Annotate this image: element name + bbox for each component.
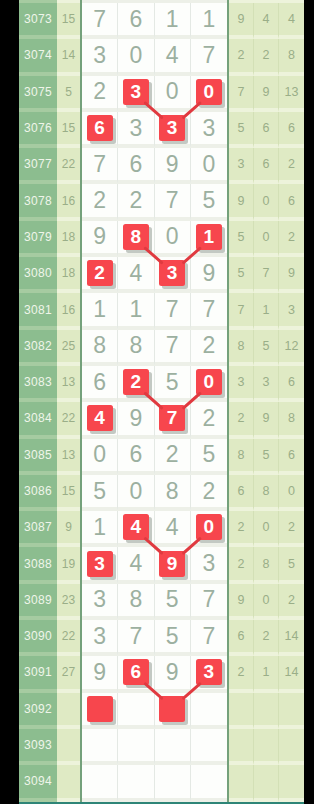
digit-cell: 9 <box>155 148 191 184</box>
stat-cell: 3 <box>254 366 279 402</box>
table-row: 3089233857902 <box>19 584 304 620</box>
stat-cell: 2 <box>229 511 254 547</box>
stat-cell <box>229 765 254 801</box>
digit-cell[interactable] <box>118 693 154 729</box>
digit-cell: 8 <box>155 475 191 511</box>
table-row: 3086155082680 <box>19 475 304 511</box>
stat-cell: 8 <box>229 439 254 475</box>
stat-cell: 9 <box>279 257 304 293</box>
digit-cell: 1 <box>118 293 154 329</box>
stat-cell <box>279 729 304 765</box>
digit-cell: 7 <box>82 148 118 184</box>
stat-cell: 3 <box>229 366 254 402</box>
digit-cell: 5 <box>191 439 227 475</box>
stat-cell <box>254 765 279 801</box>
draw-id-cell: 3094 <box>19 765 57 801</box>
digit-cell[interactable] <box>118 729 154 765</box>
table-row: 3093 <box>19 729 304 765</box>
draw-id-cell: 3083 <box>19 366 57 402</box>
digit-cell: 3 <box>155 257 191 293</box>
stat-cell: 3 <box>279 293 304 329</box>
stat-cell <box>229 693 254 729</box>
table-row: 3080182439579 <box>19 257 304 293</box>
sum-cell: 15 <box>57 475 80 511</box>
table-row: 3085130625856 <box>19 439 304 475</box>
table-row: 3079189801502 <box>19 221 304 257</box>
digit-cell: 2 <box>191 475 227 511</box>
highlight-red-cell: 4 <box>87 405 113 431</box>
stat-cell: 12 <box>279 330 304 366</box>
digit-cell[interactable] <box>82 693 118 729</box>
digit-cell: 9 <box>82 656 118 692</box>
draw-id-cell: 3087 <box>19 511 57 547</box>
stat-cell <box>279 693 304 729</box>
stat-cell: 2 <box>279 221 304 257</box>
digit-cell: 0 <box>155 76 191 112</box>
sum-cell: 22 <box>57 402 80 438</box>
table-row: 308791440202 <box>19 511 304 547</box>
highlight-red-cell: 1 <box>196 224 222 250</box>
digit-cell: 2 <box>155 439 191 475</box>
stat-cell: 7 <box>229 76 254 112</box>
digit-cell: 9 <box>118 402 154 438</box>
sum-cell: 16 <box>57 184 80 220</box>
stat-cell: 9 <box>229 584 254 620</box>
digit-cell: 8 <box>82 330 118 366</box>
digit-cell: 3 <box>82 584 118 620</box>
table-row: 3073157611944 <box>19 3 304 39</box>
stat-cell <box>229 729 254 765</box>
highlight-red-cell: 2 <box>87 260 113 286</box>
digit-cell[interactable] <box>191 693 227 729</box>
stat-cell: 2 <box>254 39 279 75</box>
table-row: 3088193493285 <box>19 547 304 583</box>
stat-cell: 6 <box>254 148 279 184</box>
digit-cell: 5 <box>155 366 191 402</box>
digit-cell: 7 <box>155 402 191 438</box>
digit-cell: 4 <box>118 511 154 547</box>
stat-cell: 5 <box>229 112 254 148</box>
stat-cell: 2 <box>279 148 304 184</box>
table-row: 3081161177713 <box>19 293 304 329</box>
digit-cell: 3 <box>191 112 227 148</box>
highlight-red-cell: 7 <box>159 405 185 431</box>
highlight-red-cell: 6 <box>87 115 113 141</box>
digit-cell: 7 <box>155 293 191 329</box>
draw-id-cell: 3077 <box>19 148 57 184</box>
sum-cell: 22 <box>57 620 80 656</box>
digit-cell: 7 <box>155 330 191 366</box>
stat-cell: 5 <box>229 257 254 293</box>
stat-cell: 6 <box>279 112 304 148</box>
table-rows: 3073157611944307414304722830755230079133… <box>19 3 304 802</box>
digit-cell: 7 <box>82 3 118 39</box>
stat-cell: 7 <box>254 257 279 293</box>
highlight-red-cell: 9 <box>159 551 185 577</box>
digit-cell: 3 <box>82 39 118 75</box>
draw-id-cell: 3079 <box>19 221 57 257</box>
digit-cell: 3 <box>118 76 154 112</box>
digit-cell[interactable] <box>82 765 118 801</box>
digit-cell: 3 <box>155 112 191 148</box>
digit-cell: 2 <box>191 330 227 366</box>
digit-cell: 3 <box>118 112 154 148</box>
highlight-red-cell: 3 <box>87 551 113 577</box>
sum-cell: 5 <box>57 76 80 112</box>
stat-cell: 1 <box>254 293 279 329</box>
sum-cell <box>57 729 80 765</box>
digit-cell: 6 <box>118 656 154 692</box>
stat-cell: 9 <box>254 76 279 112</box>
table-row: 3077227690362 <box>19 148 304 184</box>
stat-cell: 0 <box>254 184 279 220</box>
digit-cell: 1 <box>82 293 118 329</box>
stat-cell: 5 <box>279 547 304 583</box>
highlight-red-cell: 0 <box>196 369 222 395</box>
digit-cell: 0 <box>82 439 118 475</box>
stat-cell: 8 <box>254 547 279 583</box>
stat-cell: 1 <box>254 656 279 692</box>
digit-cell: 8 <box>118 584 154 620</box>
digit-cell[interactable] <box>155 693 191 729</box>
digit-cell: 2 <box>118 366 154 402</box>
draw-id-cell: 3080 <box>19 257 57 293</box>
draw-id-cell: 3093 <box>19 729 57 765</box>
stat-cell: 9 <box>254 402 279 438</box>
table-row: 30912796932114 <box>19 656 304 692</box>
stat-cell: 6 <box>279 366 304 402</box>
digit-cell: 2 <box>82 184 118 220</box>
digit-cell: 1 <box>191 3 227 39</box>
draw-id-cell: 3084 <box>19 402 57 438</box>
digit-cell: 6 <box>118 148 154 184</box>
digit-cell: 3 <box>191 656 227 692</box>
digit-cell: 9 <box>155 547 191 583</box>
digit-cell: 3 <box>191 547 227 583</box>
stat-cell: 6 <box>279 184 304 220</box>
digit-cell[interactable] <box>191 765 227 801</box>
sum-cell: 13 <box>57 366 80 402</box>
highlight-red-cell: 0 <box>196 514 222 540</box>
digit-cell[interactable] <box>191 729 227 765</box>
highlight-red-cell: 3 <box>196 659 222 685</box>
draw-id-cell: 3082 <box>19 330 57 366</box>
stat-cell: 2 <box>229 656 254 692</box>
stat-cell: 2 <box>229 547 254 583</box>
draw-id-cell: 3086 <box>19 475 57 511</box>
digit-cell: 7 <box>191 293 227 329</box>
sum-cell: 19 <box>57 547 80 583</box>
digit-cell: 4 <box>118 257 154 293</box>
digit-cell: 1 <box>155 3 191 39</box>
sum-cell <box>57 693 80 729</box>
stat-cell: 4 <box>254 3 279 39</box>
draw-id-cell: 3081 <box>19 293 57 329</box>
table-row: 3092 <box>19 693 304 729</box>
table-row: 30902237576214 <box>19 620 304 656</box>
stat-cell: 0 <box>254 511 279 547</box>
stat-cell: 5 <box>254 439 279 475</box>
sum-cell: 25 <box>57 330 80 366</box>
draw-id-cell: 3076 <box>19 112 57 148</box>
digit-cell: 0 <box>155 221 191 257</box>
stat-cell: 14 <box>279 620 304 656</box>
digit-cell: 2 <box>82 257 118 293</box>
highlight-red-cell[interactable] <box>87 696 113 722</box>
draw-id-cell: 3088 <box>19 547 57 583</box>
digit-cell: 3 <box>82 620 118 656</box>
digit-cell: 3 <box>82 547 118 583</box>
digit-cell[interactable] <box>82 729 118 765</box>
digit-cell: 1 <box>82 511 118 547</box>
draw-id-cell: 3091 <box>19 656 57 692</box>
sum-cell: 18 <box>57 257 80 293</box>
stat-cell: 2 <box>254 620 279 656</box>
digit-cell: 6 <box>118 3 154 39</box>
sum-cell: 15 <box>57 112 80 148</box>
stat-cell <box>254 693 279 729</box>
table-row: 3075523007913 <box>19 76 304 112</box>
digit-cell: 9 <box>82 221 118 257</box>
draw-id-cell: 3085 <box>19 439 57 475</box>
digit-cell: 0 <box>191 148 227 184</box>
digit-cell: 9 <box>155 656 191 692</box>
highlight-red-cell: 2 <box>123 369 149 395</box>
stat-cell: 8 <box>254 475 279 511</box>
highlight-red-cell: 3 <box>123 79 149 105</box>
trend-table: 3073157611944307414304722830755230079133… <box>19 0 304 804</box>
digit-cell: 8 <box>118 330 154 366</box>
stat-cell: 14 <box>279 656 304 692</box>
stat-cell: 4 <box>279 3 304 39</box>
digit-cell: 5 <box>155 620 191 656</box>
sum-cell: 9 <box>57 511 80 547</box>
stat-cell: 7 <box>229 293 254 329</box>
draw-id-cell: 3078 <box>19 184 57 220</box>
highlight-red-cell: 3 <box>159 260 185 286</box>
table-row: 3084224972298 <box>19 402 304 438</box>
digit-cell: 4 <box>155 39 191 75</box>
stat-cell: 0 <box>254 584 279 620</box>
sum-cell: 23 <box>57 584 80 620</box>
stat-cell: 13 <box>279 76 304 112</box>
digit-cell: 7 <box>191 620 227 656</box>
digit-cell: 5 <box>191 184 227 220</box>
stat-cell: 8 <box>229 330 254 366</box>
stat-cell: 2 <box>229 402 254 438</box>
table-row: 3083136250336 <box>19 366 304 402</box>
stat-cell: 6 <box>279 439 304 475</box>
stat-cell: 6 <box>254 112 279 148</box>
stat-cell <box>254 729 279 765</box>
digit-cell: 1 <box>191 221 227 257</box>
digit-cell: 0 <box>191 366 227 402</box>
sum-cell: 16 <box>57 293 80 329</box>
stat-cell <box>279 765 304 801</box>
stat-cell: 3 <box>229 148 254 184</box>
draw-id-cell: 3073 <box>19 3 57 39</box>
digit-cell: 0 <box>191 76 227 112</box>
sum-cell: 27 <box>57 656 80 692</box>
digit-cell: 2 <box>191 402 227 438</box>
digit-cell: 5 <box>155 584 191 620</box>
digit-cell: 4 <box>155 511 191 547</box>
stat-cell: 8 <box>279 39 304 75</box>
table-row: 3076156333566 <box>19 112 304 148</box>
digit-cell: 4 <box>118 547 154 583</box>
screen: 3073157611944307414304722830755230079133… <box>0 0 314 804</box>
digit-cell: 2 <box>82 76 118 112</box>
draw-id-cell: 3089 <box>19 584 57 620</box>
digit-cell[interactable] <box>155 765 191 801</box>
draw-id-cell: 3092 <box>19 693 57 729</box>
sum-cell <box>57 765 80 801</box>
draw-id-cell: 3074 <box>19 39 57 75</box>
stat-cell: 2 <box>279 511 304 547</box>
stat-cell: 0 <box>279 475 304 511</box>
digit-cell[interactable] <box>155 729 191 765</box>
digit-cell: 0 <box>191 511 227 547</box>
stat-cell: 0 <box>254 221 279 257</box>
stat-cell: 2 <box>279 584 304 620</box>
digit-cell: 2 <box>118 184 154 220</box>
highlight-red-cell: 8 <box>123 224 149 250</box>
table-row: 3078162275906 <box>19 184 304 220</box>
stat-cell: 8 <box>279 402 304 438</box>
table-row: 30822588728512 <box>19 330 304 366</box>
stat-cell: 6 <box>229 620 254 656</box>
digit-cell[interactable] <box>118 765 154 801</box>
digit-cell: 0 <box>118 39 154 75</box>
stat-cell: 6 <box>229 475 254 511</box>
digit-cell: 5 <box>82 475 118 511</box>
digit-cell: 6 <box>82 112 118 148</box>
draw-id-cell: 3090 <box>19 620 57 656</box>
digit-cell: 7 <box>191 39 227 75</box>
digit-cell: 0 <box>118 475 154 511</box>
digit-cell: 6 <box>118 439 154 475</box>
stat-cell: 9 <box>229 3 254 39</box>
digit-cell: 6 <box>82 366 118 402</box>
stat-cell: 5 <box>229 221 254 257</box>
highlight-red-cell: 3 <box>159 115 185 141</box>
digit-cell: 7 <box>191 584 227 620</box>
stat-cell: 9 <box>229 184 254 220</box>
digit-cell: 9 <box>191 257 227 293</box>
highlight-red-cell[interactable] <box>159 696 185 722</box>
sum-cell: 15 <box>57 3 80 39</box>
highlight-red-cell: 0 <box>196 79 222 105</box>
draw-id-cell: 3075 <box>19 76 57 112</box>
stat-cell: 2 <box>229 39 254 75</box>
digit-cell: 7 <box>155 184 191 220</box>
highlight-red-cell: 4 <box>123 514 149 540</box>
sum-cell: 14 <box>57 39 80 75</box>
table-row: 3074143047228 <box>19 39 304 75</box>
sum-cell: 13 <box>57 439 80 475</box>
highlight-red-cell: 6 <box>123 659 149 685</box>
sum-cell: 22 <box>57 148 80 184</box>
digit-cell: 4 <box>82 402 118 438</box>
sum-cell: 18 <box>57 221 80 257</box>
table-row: 3094 <box>19 765 304 801</box>
stat-cell: 5 <box>254 330 279 366</box>
digit-cell: 7 <box>118 620 154 656</box>
digit-cell: 8 <box>118 221 154 257</box>
